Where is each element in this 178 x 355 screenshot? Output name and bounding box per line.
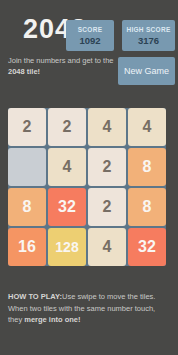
tile-4: 4	[48, 148, 86, 186]
tile-8: 8	[8, 188, 46, 226]
tile-16: 16	[8, 228, 46, 266]
tile-4: 4	[128, 108, 166, 146]
game-board[interactable]: 22444288322816128432	[8, 108, 166, 266]
tile-4: 4	[88, 228, 126, 266]
tile-4: 4	[88, 108, 126, 146]
tile-32: 32	[128, 228, 166, 266]
high-score-box: HIGH SCORE 3176	[122, 20, 175, 51]
high-score-value: 3176	[138, 35, 159, 46]
subtitle-goal: 2048 tile!	[8, 67, 40, 76]
tile-2: 2	[48, 108, 86, 146]
high-score-label: HIGH SCORE	[126, 26, 170, 33]
tile-8: 8	[128, 188, 166, 226]
new-game-button[interactable]: New Game	[118, 57, 175, 85]
subtitle-text: Join the numbers and get to the	[8, 56, 114, 65]
subtitle: Join the numbers and get to the 2048 til…	[8, 55, 124, 77]
tile-2: 2	[88, 188, 126, 226]
tile-2: 2	[88, 148, 126, 186]
tile-8: 8	[128, 148, 166, 186]
score-label: SCORE	[78, 26, 103, 33]
how-to-play: HOW TO PLAY:Use swipe to move the tiles.…	[8, 291, 156, 326]
how-to-play-bold: merge into one!	[24, 315, 80, 324]
tile-128: 128	[48, 228, 86, 266]
empty-cell	[8, 148, 46, 186]
score-value: 1092	[79, 35, 100, 46]
score-box: SCORE 1092	[66, 20, 114, 51]
tile-32: 32	[48, 188, 86, 226]
tile-2: 2	[8, 108, 46, 146]
how-to-play-label: HOW TO PLAY:	[8, 292, 62, 301]
